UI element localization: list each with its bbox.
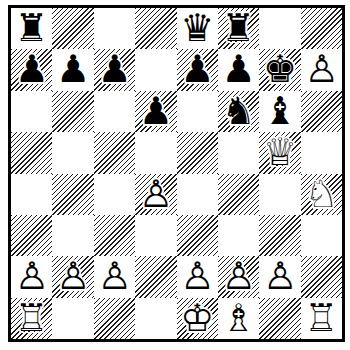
- piece-white-pawn[interactable]: ♟♙: [301, 49, 342, 90]
- piece-black-bishop[interactable]: ♝: [259, 91, 300, 132]
- black-pawn-icon: ♟: [94, 49, 135, 90]
- square-b6[interactable]: [52, 91, 93, 132]
- square-d6[interactable]: ♟: [135, 91, 176, 132]
- piece-black-pawn[interactable]: ♟: [135, 91, 176, 132]
- piece-black-pawn[interactable]: ♟: [177, 49, 218, 90]
- square-h5[interactable]: [301, 132, 342, 173]
- white-rook-icon: ♖: [301, 298, 342, 339]
- square-b5[interactable]: [52, 132, 93, 173]
- square-f6[interactable]: ♞: [218, 91, 259, 132]
- white-pawn-icon: ♙: [301, 49, 342, 90]
- square-h1[interactable]: ♜♖: [301, 298, 342, 339]
- piece-white-knight[interactable]: ♞♘: [301, 174, 342, 215]
- square-c4[interactable]: [94, 174, 135, 215]
- white-queen-icon: ♕: [259, 132, 300, 173]
- square-b2[interactable]: ♟♙: [52, 256, 93, 297]
- square-a4[interactable]: [11, 174, 52, 215]
- square-e3[interactable]: [177, 215, 218, 256]
- square-g2[interactable]: ♟♙: [259, 256, 300, 297]
- piece-black-king[interactable]: ♚: [259, 49, 300, 90]
- square-c3[interactable]: [94, 215, 135, 256]
- square-d1[interactable]: [135, 298, 176, 339]
- square-f5[interactable]: [218, 132, 259, 173]
- square-a7[interactable]: ♟: [11, 49, 52, 90]
- square-g1[interactable]: [259, 298, 300, 339]
- piece-black-pawn[interactable]: ♟: [11, 49, 52, 90]
- square-e1[interactable]: ♚♔: [177, 298, 218, 339]
- square-h8[interactable]: [301, 8, 342, 49]
- square-e7[interactable]: ♟: [177, 49, 218, 90]
- piece-white-pawn[interactable]: ♟♙: [11, 256, 52, 297]
- square-d7[interactable]: [135, 49, 176, 90]
- black-pawn-icon: ♟: [11, 49, 52, 90]
- square-d3[interactable]: [135, 215, 176, 256]
- square-c7[interactable]: ♟: [94, 49, 135, 90]
- square-g4[interactable]: [259, 174, 300, 215]
- square-g5[interactable]: ♛♕: [259, 132, 300, 173]
- square-d2[interactable]: [135, 256, 176, 297]
- square-c5[interactable]: [94, 132, 135, 173]
- piece-black-queen[interactable]: ♛: [177, 8, 218, 49]
- square-b3[interactable]: [52, 215, 93, 256]
- chessboard: ♜♛♜♟♟♟♟♟♚♟♙♟♞♝♛♕♟♙♞♘♟♙♟♙♟♙♟♙♟♙♟♙♜♖♚♔♝♗♜♖: [11, 8, 342, 339]
- chess-diagram: ♜♛♜♟♟♟♟♟♚♟♙♟♞♝♛♕♟♙♞♘♟♙♟♙♟♙♟♙♟♙♟♙♜♖♚♔♝♗♜♖: [0, 0, 350, 350]
- black-rook-icon: ♜: [11, 8, 52, 49]
- white-king-icon: ♔: [177, 298, 218, 339]
- square-b8[interactable]: [52, 8, 93, 49]
- piece-black-pawn[interactable]: ♟: [52, 49, 93, 90]
- square-d5[interactable]: [135, 132, 176, 173]
- black-bishop-icon: ♝: [259, 91, 300, 132]
- square-a5[interactable]: [11, 132, 52, 173]
- black-pawn-icon: ♟: [177, 49, 218, 90]
- square-c1[interactable]: [94, 298, 135, 339]
- square-e5[interactable]: [177, 132, 218, 173]
- white-knight-icon: ♘: [301, 174, 342, 215]
- square-f2[interactable]: ♟♙: [218, 256, 259, 297]
- piece-black-knight[interactable]: ♞: [218, 91, 259, 132]
- white-rook-icon: ♖: [11, 298, 52, 339]
- piece-white-king[interactable]: ♚♔: [177, 298, 218, 339]
- square-d8[interactable]: [135, 8, 176, 49]
- white-pawn-icon: ♙: [11, 256, 52, 297]
- square-g3[interactable]: [259, 215, 300, 256]
- square-f3[interactable]: [218, 215, 259, 256]
- piece-white-pawn[interactable]: ♟♙: [177, 256, 218, 297]
- square-f7[interactable]: ♟: [218, 49, 259, 90]
- square-c2[interactable]: ♟♙: [94, 256, 135, 297]
- square-f8[interactable]: ♜: [218, 8, 259, 49]
- white-pawn-icon: ♙: [135, 174, 176, 215]
- square-e6[interactable]: [177, 91, 218, 132]
- black-pawn-icon: ♟: [135, 91, 176, 132]
- square-a1[interactable]: ♜♖: [11, 298, 52, 339]
- square-d4[interactable]: ♟♙: [135, 174, 176, 215]
- square-e2[interactable]: ♟♙: [177, 256, 218, 297]
- square-a2[interactable]: ♟♙: [11, 256, 52, 297]
- square-a3[interactable]: [11, 215, 52, 256]
- square-a6[interactable]: [11, 91, 52, 132]
- piece-white-pawn[interactable]: ♟♙: [94, 256, 135, 297]
- square-c8[interactable]: [94, 8, 135, 49]
- square-a8[interactable]: ♜: [11, 8, 52, 49]
- black-queen-icon: ♛: [177, 8, 218, 49]
- square-e4[interactable]: [177, 174, 218, 215]
- piece-white-queen[interactable]: ♛♕: [259, 132, 300, 173]
- piece-white-bishop[interactable]: ♝♗: [218, 298, 259, 339]
- black-rook-icon: ♜: [218, 8, 259, 49]
- white-pawn-icon: ♙: [259, 256, 300, 297]
- square-h3[interactable]: [301, 215, 342, 256]
- square-g6[interactable]: ♝: [259, 91, 300, 132]
- square-h4[interactable]: ♞♘: [301, 174, 342, 215]
- black-knight-icon: ♞: [218, 91, 259, 132]
- white-pawn-icon: ♙: [177, 256, 218, 297]
- piece-white-rook[interactable]: ♜♖: [11, 298, 52, 339]
- piece-black-rook[interactable]: ♜: [218, 8, 259, 49]
- white-pawn-icon: ♙: [94, 256, 135, 297]
- white-bishop-icon: ♗: [218, 298, 259, 339]
- piece-white-pawn[interactable]: ♟♙: [135, 174, 176, 215]
- black-pawn-icon: ♟: [218, 49, 259, 90]
- square-e8[interactable]: ♛: [177, 8, 218, 49]
- piece-black-rook[interactable]: ♜: [11, 8, 52, 49]
- piece-white-pawn[interactable]: ♟♙: [218, 256, 259, 297]
- piece-black-pawn[interactable]: ♟: [94, 49, 135, 90]
- square-h6[interactable]: [301, 91, 342, 132]
- square-b7[interactable]: ♟: [52, 49, 93, 90]
- square-b1[interactable]: [52, 298, 93, 339]
- square-c6[interactable]: [94, 91, 135, 132]
- white-pawn-icon: ♙: [218, 256, 259, 297]
- piece-white-rook[interactable]: ♜♖: [301, 298, 342, 339]
- square-g7[interactable]: ♚: [259, 49, 300, 90]
- black-king-icon: ♚: [259, 49, 300, 90]
- white-pawn-icon: ♙: [52, 256, 93, 297]
- square-f1[interactable]: ♝♗: [218, 298, 259, 339]
- board-frame: ♜♛♜♟♟♟♟♟♚♟♙♟♞♝♛♕♟♙♞♘♟♙♟♙♟♙♟♙♟♙♟♙♜♖♚♔♝♗♜♖: [8, 5, 345, 342]
- black-pawn-icon: ♟: [52, 49, 93, 90]
- square-b4[interactable]: [52, 174, 93, 215]
- square-g8[interactable]: [259, 8, 300, 49]
- piece-white-pawn[interactable]: ♟♙: [52, 256, 93, 297]
- square-h2[interactable]: [301, 256, 342, 297]
- piece-white-pawn[interactable]: ♟♙: [259, 256, 300, 297]
- square-f4[interactable]: [218, 174, 259, 215]
- piece-black-pawn[interactable]: ♟: [218, 49, 259, 90]
- square-h7[interactable]: ♟♙: [301, 49, 342, 90]
